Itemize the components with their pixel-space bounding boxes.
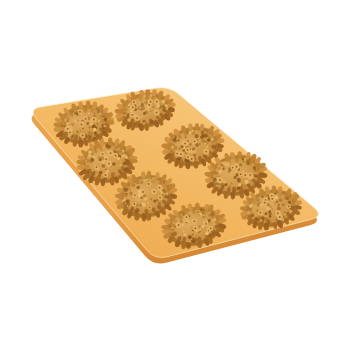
mold-scene	[0, 0, 350, 350]
product-photo	[0, 0, 350, 350]
